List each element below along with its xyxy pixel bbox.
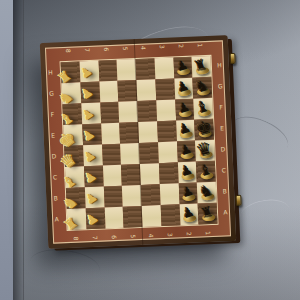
coord-label: 4: [140, 46, 146, 50]
square-h3[interactable]: [154, 57, 174, 79]
square-e2[interactable]: ♟: [176, 120, 196, 142]
square-a8[interactable]: ♜: [67, 208, 87, 230]
brass-clasp-icon: [235, 195, 241, 206]
square-f5[interactable]: [119, 101, 139, 123]
black-pawn[interactable]: ♟: [177, 141, 197, 163]
square-g4[interactable]: [136, 79, 156, 101]
black-king[interactable]: ♚: [194, 119, 214, 141]
white-rook[interactable]: ♜: [61, 61, 81, 83]
square-g8[interactable]: ♞: [61, 82, 81, 104]
white-pawn[interactable]: ♟: [83, 145, 103, 167]
coord-label: G: [49, 90, 54, 96]
white-knight[interactable]: ♞: [61, 82, 81, 104]
coord-label: E: [220, 125, 224, 131]
square-g5[interactable]: [118, 80, 138, 102]
square-f6[interactable]: [100, 102, 120, 124]
coord-label: 5: [129, 234, 135, 238]
black-pawn[interactable]: ♟: [176, 120, 196, 142]
square-c7[interactable]: ♟: [84, 166, 104, 188]
square-g2[interactable]: ♟: [174, 78, 194, 100]
white-bishop[interactable]: ♝: [65, 166, 85, 188]
square-b4[interactable]: [141, 184, 161, 206]
coord-label: C: [53, 174, 57, 180]
square-c2[interactable]: ♟: [177, 162, 197, 184]
square-f4[interactable]: [137, 100, 157, 122]
white-pawn[interactable]: ♟: [79, 61, 99, 83]
square-d4[interactable]: [139, 142, 159, 164]
square-h6[interactable]: [98, 60, 118, 82]
square-f2[interactable]: ♟: [175, 99, 195, 121]
coord-label: 8: [73, 237, 79, 241]
square-a3[interactable]: [160, 204, 180, 226]
square-d3[interactable]: [158, 141, 178, 163]
square-c8[interactable]: ♝: [65, 166, 85, 188]
white-pawn[interactable]: ♟: [81, 103, 101, 125]
white-rook[interactable]: ♜: [67, 208, 87, 230]
square-a1[interactable]: ♜: [198, 203, 218, 225]
white-knight[interactable]: ♞: [66, 187, 86, 209]
square-c1[interactable]: ♝: [196, 161, 216, 183]
coord-label: 4: [148, 233, 154, 237]
square-c4[interactable]: [140, 163, 160, 185]
coord-label: F: [219, 104, 223, 110]
square-b8[interactable]: ♞: [66, 187, 86, 209]
coord-label: 1: [204, 231, 210, 235]
coord-label: H: [217, 62, 222, 68]
white-bishop[interactable]: ♝: [62, 103, 82, 125]
square-b1[interactable]: ♞: [197, 182, 217, 204]
black-pawn[interactable]: ♟: [179, 204, 199, 226]
photo-scene: HGFEDCBA HGFEDCBA 87654321 87654321 ♜♟♟♜…: [0, 0, 300, 300]
square-g6[interactable]: [99, 81, 119, 103]
square-e8[interactable]: ♚: [63, 124, 83, 146]
square-a7[interactable]: ♟: [85, 207, 105, 229]
square-g3[interactable]: [155, 78, 175, 100]
coord-label: 6: [111, 235, 117, 239]
square-c3[interactable]: [159, 162, 179, 184]
coord-label: 2: [186, 232, 192, 236]
square-a6[interactable]: [104, 207, 124, 229]
square-c5[interactable]: [121, 164, 141, 186]
square-d1[interactable]: ♛: [195, 140, 215, 162]
black-pawn[interactable]: ♟: [175, 99, 195, 121]
coord-label: C: [222, 167, 226, 173]
square-g7[interactable]: ♟: [80, 82, 100, 104]
black-knight[interactable]: ♞: [197, 182, 217, 204]
square-d7[interactable]: ♟: [83, 145, 103, 167]
coord-label: 5: [122, 46, 128, 50]
square-a5[interactable]: [123, 206, 143, 228]
coord-label: 3: [159, 45, 165, 49]
coord-label: 3: [167, 233, 173, 237]
square-e5[interactable]: [119, 122, 139, 144]
chess-board: HGFEDCBA HGFEDCBA 87654321 87654321 ♜♟♟♜…: [40, 35, 236, 249]
wall-scratch: [238, 196, 292, 231]
coord-label: 2: [178, 44, 184, 48]
brass-clasp-icon: [229, 53, 235, 64]
square-b3[interactable]: [160, 183, 180, 205]
square-h1[interactable]: ♜: [192, 56, 212, 78]
black-pawn[interactable]: ♟: [173, 57, 193, 79]
square-e4[interactable]: [138, 121, 158, 143]
square-f3[interactable]: [156, 99, 176, 121]
square-e7[interactable]: ♟: [82, 124, 102, 146]
side-wall: [0, 0, 13, 300]
black-rook[interactable]: ♜: [192, 56, 212, 78]
square-b7[interactable]: ♟: [85, 186, 105, 208]
wall-scratch: [28, 245, 102, 285]
white-queen[interactable]: ♛: [64, 145, 84, 167]
square-d2[interactable]: ♟: [177, 141, 197, 163]
square-d8[interactable]: ♛: [64, 145, 84, 167]
square-e3[interactable]: [157, 120, 177, 142]
white-king[interactable]: ♚: [63, 124, 83, 146]
square-a2[interactable]: ♟: [179, 204, 199, 226]
coord-label: F: [50, 111, 54, 117]
coord-label: A: [54, 216, 58, 222]
black-pawn[interactable]: ♟: [174, 78, 194, 100]
square-b5[interactable]: [122, 185, 142, 207]
wall-corner-shadow: [13, 0, 24, 300]
coord-label: 6: [103, 47, 109, 51]
white-pawn[interactable]: ♟: [82, 124, 102, 146]
coord-label: G: [218, 83, 223, 89]
square-e1[interactable]: ♚: [194, 119, 214, 141]
coord-label: 7: [92, 236, 98, 240]
coord-label: D: [220, 146, 225, 152]
square-b2[interactable]: ♟: [178, 183, 198, 205]
coord-label: 8: [65, 49, 71, 53]
black-pawn[interactable]: ♟: [177, 162, 197, 184]
coord-label: 7: [84, 48, 90, 52]
square-d5[interactable]: [120, 143, 140, 165]
square-c6[interactable]: [102, 165, 122, 187]
coord-label: B: [54, 195, 58, 201]
square-h7[interactable]: ♟: [79, 61, 99, 83]
square-f8[interactable]: ♝: [62, 103, 82, 125]
black-bishop[interactable]: ♝: [196, 161, 216, 183]
coord-label: 1: [197, 43, 203, 47]
white-pawn[interactable]: ♟: [84, 166, 104, 188]
square-h2[interactable]: ♟: [173, 57, 193, 79]
black-pawn[interactable]: ♟: [178, 183, 198, 205]
black-knight[interactable]: ♞: [193, 77, 213, 99]
board-rim: HGFEDCBA HGFEDCBA 87654321 87654321 ♜♟♟♜…: [40, 35, 236, 249]
square-h5[interactable]: [117, 59, 137, 81]
black-queen[interactable]: ♛: [195, 140, 215, 162]
square-e6[interactable]: [101, 123, 121, 145]
square-a4[interactable]: [142, 205, 162, 227]
black-rook[interactable]: ♜: [198, 203, 218, 225]
coord-label: D: [52, 153, 57, 159]
square-d6[interactable]: [102, 144, 122, 166]
wall-scratch: [226, 109, 293, 162]
white-pawn[interactable]: ♟: [85, 186, 105, 208]
white-pawn[interactable]: ♟: [80, 82, 100, 104]
square-h8[interactable]: ♜: [61, 61, 81, 83]
square-h4[interactable]: [136, 58, 156, 80]
square-g1[interactable]: ♞: [193, 77, 213, 99]
square-f7[interactable]: ♟: [81, 103, 101, 125]
coord-label: B: [222, 188, 226, 194]
square-b6[interactable]: [103, 186, 123, 208]
coord-label: A: [223, 209, 227, 215]
white-pawn[interactable]: ♟: [85, 207, 105, 229]
coord-label: H: [48, 69, 53, 75]
